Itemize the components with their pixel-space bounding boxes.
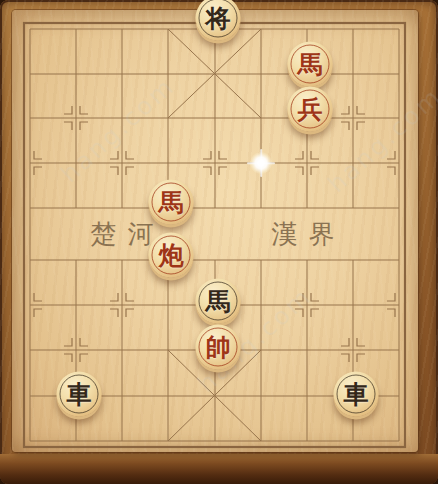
piece-glyph: 車 xyxy=(344,381,369,406)
piece-glyph: 馬 xyxy=(206,288,231,313)
piece-glyph: 兵 xyxy=(298,97,323,122)
piece-glyph: 将 xyxy=(206,6,231,31)
piece-glyph: 馬 xyxy=(159,189,184,214)
piece-red-horse-1[interactable]: 馬 xyxy=(288,42,333,87)
piece-glyph: 車 xyxy=(67,381,92,406)
piece-red-general[interactable]: 帥 xyxy=(196,324,241,369)
piece-black-chariot-1[interactable]: 車 xyxy=(57,371,102,416)
pieces-layer: 将馬兵馬炮馬帥車車 xyxy=(0,0,438,484)
piece-black-general[interactable]: 将 xyxy=(196,0,241,41)
piece-red-soldier[interactable]: 兵 xyxy=(288,87,333,132)
piece-black-horse[interactable]: 馬 xyxy=(196,278,241,323)
piece-black-chariot-2[interactable]: 車 xyxy=(334,371,379,416)
piece-glyph: 馬 xyxy=(298,52,323,77)
xiangqi-board-screenshot: hang.com hang.com hang.com 楚河 漢界 将馬兵馬炮馬帥… xyxy=(0,0,438,484)
piece-glyph: 炮 xyxy=(159,242,184,267)
piece-red-cannon[interactable]: 炮 xyxy=(149,232,194,277)
piece-red-horse-2[interactable]: 馬 xyxy=(149,179,194,224)
piece-glyph: 帥 xyxy=(206,334,231,359)
